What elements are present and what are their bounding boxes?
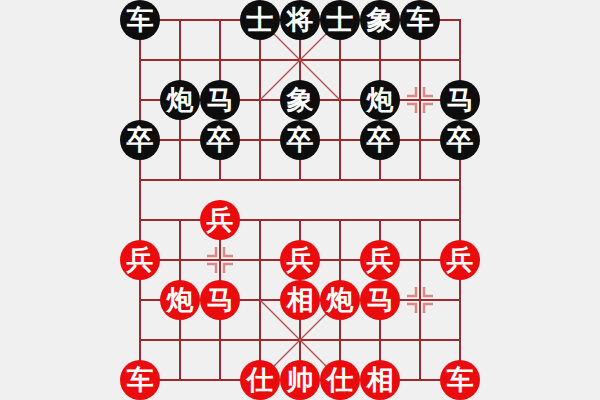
piece-black-soldier[interactable]: 卒 (440, 120, 480, 160)
xiangqi-board: 车士将士象车炮马象炮马卒卒卒卒卒兵兵兵兵兵炮马相炮马车仕帅仕相车 (0, 0, 600, 400)
piece-red-soldier[interactable]: 兵 (280, 240, 320, 280)
board-grid[interactable]: 车士将士象车炮马象炮马卒卒卒卒卒兵兵兵兵兵炮马相炮马车仕帅仕相车 (120, 0, 480, 400)
piece-red-chariot[interactable]: 车 (440, 360, 480, 400)
piece-red-advisor[interactable]: 仕 (240, 360, 280, 400)
piece-red-cannon[interactable]: 炮 (160, 280, 200, 320)
piece-black-general[interactable]: 将 (280, 0, 320, 40)
piece-black-advisor[interactable]: 士 (320, 0, 360, 40)
piece-red-elephant[interactable]: 相 (360, 360, 400, 400)
piece-black-cannon[interactable]: 炮 (360, 80, 400, 120)
piece-red-horse[interactable]: 马 (200, 280, 240, 320)
piece-red-soldier[interactable]: 兵 (360, 240, 400, 280)
piece-red-advisor[interactable]: 仕 (320, 360, 360, 400)
piece-red-soldier[interactable]: 兵 (200, 200, 240, 240)
piece-red-elephant[interactable]: 相 (280, 280, 320, 320)
piece-black-soldier[interactable]: 卒 (120, 120, 160, 160)
piece-black-horse[interactable]: 马 (200, 80, 240, 120)
piece-black-soldier[interactable]: 卒 (360, 120, 400, 160)
piece-black-cannon[interactable]: 炮 (160, 80, 200, 120)
piece-black-chariot[interactable]: 车 (120, 0, 160, 40)
piece-black-horse[interactable]: 马 (440, 80, 480, 120)
piece-red-horse[interactable]: 马 (360, 280, 400, 320)
piece-black-advisor[interactable]: 士 (240, 0, 280, 40)
piece-black-soldier[interactable]: 卒 (200, 120, 240, 160)
piece-red-soldier[interactable]: 兵 (120, 240, 160, 280)
piece-red-cannon[interactable]: 炮 (320, 280, 360, 320)
piece-red-chariot[interactable]: 车 (120, 360, 160, 400)
piece-red-general[interactable]: 帅 (280, 360, 320, 400)
piece-black-elephant[interactable]: 象 (280, 80, 320, 120)
piece-black-soldier[interactable]: 卒 (280, 120, 320, 160)
piece-red-soldier[interactable]: 兵 (440, 240, 480, 280)
piece-black-elephant[interactable]: 象 (360, 0, 400, 40)
piece-black-chariot[interactable]: 车 (400, 0, 440, 40)
